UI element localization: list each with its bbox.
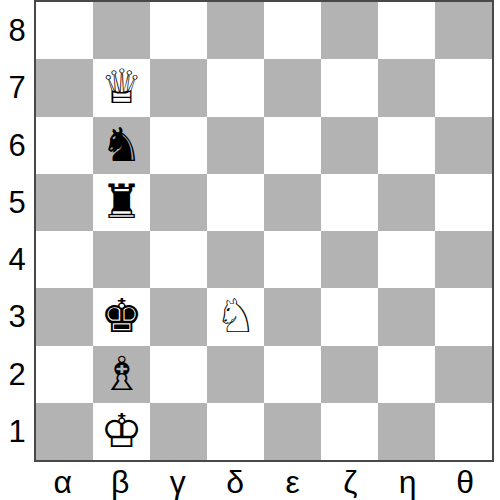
square-e8[interactable] — [264, 2, 321, 59]
square-f8[interactable] — [321, 2, 378, 59]
square-e1[interactable] — [264, 403, 321, 460]
square-h2[interactable] — [435, 346, 492, 403]
file-label-alpha: α — [34, 464, 92, 498]
square-b3[interactable]: ♚ — [93, 288, 150, 345]
square-d3[interactable]: ♘ — [207, 288, 264, 345]
rank-label-2: 2 — [0, 346, 34, 403]
rank-label-1: 1 — [0, 403, 34, 460]
rank-label-4: 4 — [0, 231, 34, 288]
square-f7[interactable] — [321, 59, 378, 116]
square-e4[interactable] — [264, 231, 321, 288]
square-a7[interactable] — [36, 59, 93, 116]
piece-black-knight: ♞ — [100, 121, 142, 168]
square-b2[interactable]: ♗ — [93, 346, 150, 403]
file-label-theta: θ — [437, 464, 495, 498]
square-a8[interactable] — [36, 2, 93, 59]
square-f2[interactable] — [321, 346, 378, 403]
square-f5[interactable] — [321, 174, 378, 231]
square-h7[interactable] — [435, 59, 492, 116]
square-g3[interactable] — [378, 288, 435, 345]
piece-black-king: ♚ — [100, 292, 142, 339]
square-a5[interactable] — [36, 174, 93, 231]
file-label-zeta: ζ — [322, 464, 380, 498]
square-g8[interactable] — [378, 2, 435, 59]
square-g4[interactable] — [378, 231, 435, 288]
square-c1[interactable] — [150, 403, 207, 460]
square-b8[interactable] — [93, 2, 150, 59]
square-c5[interactable] — [150, 174, 207, 231]
file-label-eta: η — [379, 464, 437, 498]
square-g1[interactable] — [378, 403, 435, 460]
square-b1[interactable]: ♔ — [93, 403, 150, 460]
square-h5[interactable] — [435, 174, 492, 231]
square-b4[interactable] — [93, 231, 150, 288]
square-e6[interactable] — [264, 117, 321, 174]
rank-label-6: 6 — [0, 117, 34, 174]
square-c4[interactable] — [150, 231, 207, 288]
rank-label-8: 8 — [0, 2, 34, 59]
square-f1[interactable] — [321, 403, 378, 460]
piece-white-bishop: ♗ — [100, 350, 142, 397]
chess-diagram: 8 7 6 5 4 3 2 1 ♕♞♜♚♘♗♔ α β γ δ ε ζ η θ — [0, 0, 500, 500]
square-d7[interactable] — [207, 59, 264, 116]
piece-white-queen: ♕ — [100, 63, 142, 110]
file-label-epsilon: ε — [264, 464, 322, 498]
square-e7[interactable] — [264, 59, 321, 116]
chess-board: ♕♞♜♚♘♗♔ — [36, 2, 492, 460]
square-c7[interactable] — [150, 59, 207, 116]
file-label-beta: β — [92, 464, 150, 498]
square-d4[interactable] — [207, 231, 264, 288]
square-h6[interactable] — [435, 117, 492, 174]
square-g5[interactable] — [378, 174, 435, 231]
square-d2[interactable] — [207, 346, 264, 403]
square-b6[interactable]: ♞ — [93, 117, 150, 174]
rank-labels: 8 7 6 5 4 3 2 1 — [0, 0, 34, 462]
square-c2[interactable] — [150, 346, 207, 403]
square-d5[interactable] — [207, 174, 264, 231]
square-e2[interactable] — [264, 346, 321, 403]
piece-white-king: ♔ — [100, 407, 142, 454]
rank-label-3: 3 — [0, 288, 34, 345]
square-d8[interactable] — [207, 2, 264, 59]
square-h1[interactable] — [435, 403, 492, 460]
square-c6[interactable] — [150, 117, 207, 174]
piece-white-knight: ♘ — [214, 292, 256, 339]
square-h3[interactable] — [435, 288, 492, 345]
file-label-delta: δ — [207, 464, 265, 498]
square-a4[interactable] — [36, 231, 93, 288]
square-a6[interactable] — [36, 117, 93, 174]
square-a2[interactable] — [36, 346, 93, 403]
square-f3[interactable] — [321, 288, 378, 345]
square-h4[interactable] — [435, 231, 492, 288]
square-b7[interactable]: ♕ — [93, 59, 150, 116]
square-c3[interactable] — [150, 288, 207, 345]
square-a1[interactable] — [36, 403, 93, 460]
square-e5[interactable] — [264, 174, 321, 231]
square-g6[interactable] — [378, 117, 435, 174]
square-b5[interactable]: ♜ — [93, 174, 150, 231]
square-e3[interactable] — [264, 288, 321, 345]
square-g2[interactable] — [378, 346, 435, 403]
chess-board-frame: ♕♞♜♚♘♗♔ — [34, 0, 494, 462]
file-label-gamma: γ — [149, 464, 207, 498]
square-h8[interactable] — [435, 2, 492, 59]
square-f4[interactable] — [321, 231, 378, 288]
square-d6[interactable] — [207, 117, 264, 174]
piece-black-rook: ♜ — [100, 178, 142, 225]
square-f6[interactable] — [321, 117, 378, 174]
file-labels: α β γ δ ε ζ η θ — [34, 462, 494, 500]
square-c8[interactable] — [150, 2, 207, 59]
square-g7[interactable] — [378, 59, 435, 116]
square-a3[interactable] — [36, 288, 93, 345]
rank-label-7: 7 — [0, 59, 34, 116]
square-d1[interactable] — [207, 403, 264, 460]
rank-label-5: 5 — [0, 174, 34, 231]
